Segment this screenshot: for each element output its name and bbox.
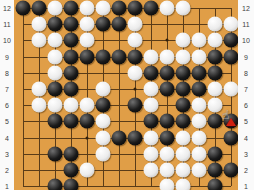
black-stone xyxy=(207,146,222,161)
white-stone xyxy=(175,49,190,64)
white-stone xyxy=(223,82,238,97)
black-stone xyxy=(63,82,78,97)
white-stone xyxy=(207,33,222,48)
white-stone xyxy=(159,49,174,64)
row-label-12: 12 xyxy=(238,5,254,12)
white-stone xyxy=(191,33,206,48)
black-stone xyxy=(63,163,78,178)
row-label-2: 2 xyxy=(238,167,254,174)
white-stone xyxy=(47,49,62,64)
white-stone xyxy=(95,130,110,145)
grid-line-vertical xyxy=(119,8,120,186)
white-stone xyxy=(47,1,62,16)
black-stone xyxy=(207,114,222,129)
white-stone xyxy=(143,130,158,145)
row-label-6: 6 xyxy=(0,102,14,109)
row-label-11: 11 xyxy=(0,21,14,28)
row-label-7: 7 xyxy=(238,86,254,93)
row-label-8: 8 xyxy=(0,69,14,76)
black-stone xyxy=(127,1,142,16)
row-label-2: 2 xyxy=(0,167,14,174)
black-stone xyxy=(223,130,238,145)
row-label-4: 4 xyxy=(238,134,254,141)
black-stone xyxy=(111,17,126,32)
star-point xyxy=(85,136,88,139)
row-label-9: 9 xyxy=(0,53,14,60)
row-label-5: 5 xyxy=(0,118,14,125)
row-label-10: 10 xyxy=(0,37,14,44)
black-stone xyxy=(207,179,222,190)
black-stone xyxy=(63,33,78,48)
star-point xyxy=(165,39,168,42)
black-stone xyxy=(207,163,222,178)
black-stone xyxy=(175,82,190,97)
black-stone xyxy=(79,114,94,129)
black-stone xyxy=(175,114,190,129)
white-stone xyxy=(31,82,46,97)
black-stone xyxy=(207,49,222,64)
white-stone xyxy=(207,98,222,113)
white-stone xyxy=(223,17,238,32)
black-stone xyxy=(95,17,110,32)
white-stone xyxy=(31,98,46,113)
row-label-1: 1 xyxy=(0,183,14,190)
go-app-window: 121110987654321 121110987654321 ☝ xyxy=(0,0,254,190)
go-board[interactable] xyxy=(14,0,238,190)
white-stone xyxy=(175,146,190,161)
white-stone xyxy=(31,33,46,48)
white-stone xyxy=(207,82,222,97)
white-stone xyxy=(79,17,94,32)
white-stone xyxy=(175,1,190,16)
white-stone xyxy=(159,1,174,16)
black-stone xyxy=(47,179,62,190)
black-stone xyxy=(159,130,174,145)
white-stone xyxy=(31,17,46,32)
black-stone xyxy=(47,17,62,32)
white-stone xyxy=(47,33,62,48)
row-label-4: 4 xyxy=(0,134,14,141)
black-stone xyxy=(47,114,62,129)
star-point xyxy=(133,88,136,91)
black-stone xyxy=(95,49,110,64)
white-stone xyxy=(191,98,206,113)
black-stone xyxy=(223,33,238,48)
black-stone xyxy=(143,1,158,16)
row-label-7: 7 xyxy=(0,86,14,93)
black-stone xyxy=(15,1,30,16)
white-stone xyxy=(95,1,110,16)
black-stone xyxy=(143,114,158,129)
white-stone xyxy=(127,17,142,32)
white-stone xyxy=(127,65,142,80)
white-stone xyxy=(143,98,158,113)
black-stone xyxy=(95,98,110,113)
black-stone xyxy=(207,65,222,80)
white-stone xyxy=(207,17,222,32)
white-stone xyxy=(143,49,158,64)
white-stone xyxy=(143,146,158,161)
black-stone xyxy=(191,65,206,80)
row-label-1: 1 xyxy=(238,183,254,190)
black-stone xyxy=(63,114,78,129)
black-stone xyxy=(63,179,78,190)
row-labels-right: 121110987654321 xyxy=(238,0,254,190)
white-stone xyxy=(191,49,206,64)
black-stone xyxy=(127,130,142,145)
white-stone xyxy=(79,163,94,178)
white-stone xyxy=(159,163,174,178)
row-labels-left: 121110987654321 xyxy=(0,0,14,190)
row-label-8: 8 xyxy=(238,69,254,76)
black-stone xyxy=(111,49,126,64)
black-stone xyxy=(47,146,62,161)
white-stone xyxy=(63,98,78,113)
black-stone xyxy=(79,49,94,64)
black-stone xyxy=(63,1,78,16)
white-stone xyxy=(175,179,190,190)
white-stone xyxy=(175,130,190,145)
white-stone xyxy=(175,33,190,48)
black-stone xyxy=(127,98,142,113)
black-stone xyxy=(175,65,190,80)
row-label-6: 6 xyxy=(238,102,254,109)
black-stone xyxy=(223,49,238,64)
white-stone xyxy=(191,146,206,161)
black-stone xyxy=(47,82,62,97)
black-stone xyxy=(159,114,174,129)
row-label-3: 3 xyxy=(238,150,254,157)
black-stone xyxy=(159,65,174,80)
grid-line-vertical xyxy=(23,8,24,186)
black-stone xyxy=(31,1,46,16)
white-stone xyxy=(159,179,174,190)
black-stone xyxy=(111,1,126,16)
white-stone xyxy=(79,33,94,48)
white-stone xyxy=(95,114,110,129)
black-stone xyxy=(63,17,78,32)
black-stone xyxy=(191,82,206,97)
white-stone xyxy=(47,65,62,80)
white-stone xyxy=(175,163,190,178)
black-stone xyxy=(127,49,142,64)
white-stone xyxy=(95,82,110,97)
black-stone xyxy=(143,65,158,80)
white-stone xyxy=(47,98,62,113)
white-stone xyxy=(191,163,206,178)
black-stone xyxy=(223,163,238,178)
row-label-11: 11 xyxy=(238,21,254,28)
white-stone xyxy=(79,98,94,113)
white-stone xyxy=(127,33,142,48)
white-stone xyxy=(79,1,94,16)
white-stone xyxy=(95,146,110,161)
black-stone xyxy=(63,49,78,64)
white-stone xyxy=(191,114,206,129)
row-label-9: 9 xyxy=(238,53,254,60)
black-stone xyxy=(159,82,174,97)
row-label-5: 5 xyxy=(238,118,254,125)
black-stone xyxy=(63,146,78,161)
black-stone xyxy=(175,98,190,113)
black-stone xyxy=(111,130,126,145)
white-stone xyxy=(143,82,158,97)
row-label-10: 10 xyxy=(238,37,254,44)
white-stone xyxy=(143,163,158,178)
white-stone xyxy=(159,146,174,161)
black-stone xyxy=(63,65,78,80)
white-stone xyxy=(191,130,206,145)
row-label-3: 3 xyxy=(0,150,14,157)
hand-cursor-icon: ☝ xyxy=(222,109,229,121)
row-label-12: 12 xyxy=(0,5,14,12)
